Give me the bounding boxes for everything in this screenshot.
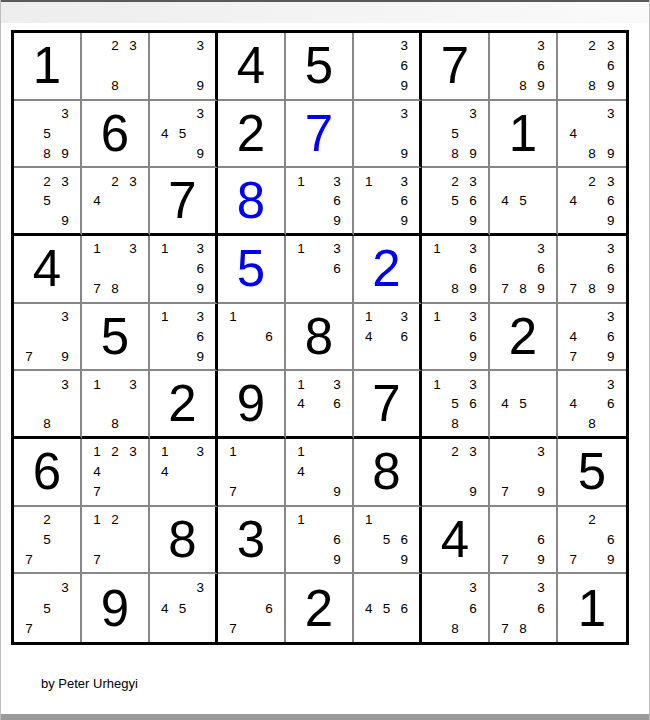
- cell-r2c2[interactable]: 6: [82, 101, 150, 169]
- cell-r9c7[interactable]: 368: [422, 574, 490, 642]
- candidate-4: 4: [156, 598, 174, 619]
- candidate-6: 6: [532, 259, 550, 279]
- empty-candidate-slot: [20, 191, 38, 211]
- cell-r1c7[interactable]: 7: [422, 33, 490, 101]
- empty-candidate-slot: [260, 462, 278, 482]
- empty-candidate-slot: [395, 577, 413, 598]
- empty-candidate-slot: [428, 394, 446, 414]
- candidate-1: 1: [156, 307, 174, 327]
- empty-candidate-slot: [124, 191, 142, 211]
- empty-candidate-slot: [514, 374, 532, 394]
- empty-candidate-slot: [532, 510, 550, 530]
- empty-candidate-slot: [156, 104, 174, 124]
- candidate-6: 6: [464, 598, 482, 619]
- candidate-7: 7: [88, 482, 106, 502]
- pencil-marks: 23469: [558, 168, 626, 233]
- candidate-8: 8: [514, 76, 532, 96]
- empty-candidate-slot: [38, 346, 56, 366]
- cell-r4c1[interactable]: 4: [14, 236, 82, 304]
- candidate-1: 1: [292, 239, 310, 259]
- cell-r3c3[interactable]: 7: [150, 168, 218, 236]
- given-digit: 5: [305, 40, 333, 91]
- empty-candidate-slot: [583, 239, 602, 259]
- empty-candidate-slot: [583, 124, 602, 144]
- candidate-1: 1: [292, 171, 310, 191]
- cell-r5c4[interactable]: 16: [218, 304, 286, 372]
- pencil-marks: 379: [14, 304, 80, 370]
- pencil-marks: 679: [490, 507, 556, 573]
- candidate-8: 8: [38, 413, 56, 433]
- candidate-4: 4: [292, 394, 310, 414]
- candidate-1: 1: [88, 510, 106, 530]
- empty-candidate-slot: [378, 56, 396, 76]
- empty-candidate-slot: [260, 618, 278, 639]
- pencil-marks: 23689: [558, 33, 626, 99]
- empty-candidate-slot: [532, 413, 550, 433]
- empty-candidate-slot: [20, 210, 38, 230]
- empty-candidate-slot: [124, 279, 142, 299]
- empty-candidate-slot: [124, 482, 142, 502]
- candidate-1: 1: [428, 239, 446, 259]
- cell-r1c4[interactable]: 4: [218, 33, 286, 101]
- candidate-5: 5: [174, 124, 192, 144]
- cell-r2c1[interactable]: 3589: [14, 101, 82, 169]
- candidate-3: 3: [191, 36, 209, 56]
- empty-candidate-slot: [601, 124, 620, 144]
- empty-candidate-slot: [360, 76, 378, 96]
- cell-r6c2[interactable]: 138: [82, 371, 150, 439]
- cell-r1c2[interactable]: 238: [82, 33, 150, 101]
- empty-candidate-slot: [514, 549, 532, 569]
- solved-digit: 7: [305, 108, 333, 159]
- candidate-6: 6: [464, 259, 482, 279]
- cell-r3c2[interactable]: 234: [82, 168, 150, 236]
- empty-candidate-slot: [174, 346, 192, 366]
- empty-candidate-slot: [20, 413, 38, 433]
- empty-candidate-slot: [428, 618, 446, 639]
- empty-candidate-slot: [106, 530, 124, 550]
- empty-candidate-slot: [514, 577, 532, 598]
- cell-r2c5[interactable]: 7: [286, 101, 354, 169]
- cell-r6c1[interactable]: 38: [14, 371, 82, 439]
- candidate-9: 9: [532, 279, 550, 299]
- candidate-3: 3: [464, 442, 482, 462]
- empty-candidate-slot: [156, 279, 174, 299]
- cell-r2c9[interactable]: 3489: [558, 101, 626, 169]
- candidate-2: 2: [106, 510, 124, 530]
- pencil-marks: 456: [354, 574, 419, 642]
- empty-candidate-slot: [514, 36, 532, 56]
- sudoku-grid: 1238394536973689236893589634592739358913…: [11, 30, 629, 645]
- candidate-7: 7: [564, 346, 583, 366]
- empty-candidate-slot: [124, 530, 142, 550]
- cell-r5c2[interactable]: 5: [82, 304, 150, 372]
- cell-r5c7[interactable]: 1369: [422, 304, 490, 372]
- cell-r6c4[interactable]: 9: [218, 371, 286, 439]
- candidate-8: 8: [583, 279, 602, 299]
- candidate-9: 9: [395, 76, 413, 96]
- cell-r8c3[interactable]: 8: [150, 507, 218, 575]
- pencil-marks: 16: [218, 304, 284, 370]
- empty-candidate-slot: [583, 307, 602, 327]
- empty-candidate-slot: [292, 259, 310, 279]
- cell-r4c6[interactable]: 2: [354, 236, 422, 304]
- empty-candidate-slot: [20, 124, 38, 144]
- candidate-9: 9: [328, 210, 346, 230]
- cell-r3c6[interactable]: 1369: [354, 168, 422, 236]
- empty-candidate-slot: [191, 462, 209, 482]
- empty-candidate-slot: [514, 171, 532, 191]
- empty-candidate-slot: [395, 618, 413, 639]
- empty-candidate-slot: [224, 598, 242, 619]
- given-digit: 8: [168, 514, 196, 565]
- cell-r7c1[interactable]: 6: [14, 439, 82, 507]
- empty-candidate-slot: [564, 210, 583, 230]
- candidate-6: 6: [601, 394, 620, 414]
- empty-candidate-slot: [532, 191, 550, 211]
- cell-r1c9[interactable]: 23689: [558, 33, 626, 101]
- cell-r7c6[interactable]: 8: [354, 439, 422, 507]
- candidate-1: 1: [88, 442, 106, 462]
- cell-r7c7[interactable]: 239: [422, 439, 490, 507]
- cell-r8c5[interactable]: 169: [286, 507, 354, 575]
- cell-r8c4[interactable]: 3: [218, 507, 286, 575]
- cell-r3c8[interactable]: 45: [490, 168, 558, 236]
- cell-r9c4[interactable]: 67: [218, 574, 286, 642]
- candidate-3: 3: [328, 239, 346, 259]
- candidate-8: 8: [38, 143, 56, 163]
- empty-candidate-slot: [428, 482, 446, 502]
- cell-r7c9[interactable]: 5: [558, 439, 626, 507]
- candidate-3: 3: [191, 577, 209, 598]
- empty-candidate-slot: [310, 239, 328, 259]
- cell-r5c3[interactable]: 1369: [150, 304, 218, 372]
- empty-candidate-slot: [446, 104, 464, 124]
- empty-candidate-slot: [38, 577, 56, 598]
- empty-candidate-slot: [564, 76, 583, 96]
- cell-r4c2[interactable]: 1378: [82, 236, 150, 304]
- given-digit: 2: [237, 108, 265, 159]
- empty-candidate-slot: [191, 598, 209, 619]
- cell-r6c7[interactable]: 13568: [422, 371, 490, 439]
- empty-candidate-slot: [310, 259, 328, 279]
- cell-r8c9[interactable]: 2679: [558, 507, 626, 575]
- empty-candidate-slot: [360, 124, 378, 144]
- cell-r1c5[interactable]: 5: [286, 33, 354, 101]
- empty-candidate-slot: [88, 56, 106, 76]
- cell-r8c7[interactable]: 4: [422, 507, 490, 575]
- cell-r4c8[interactable]: 36789: [490, 236, 558, 304]
- given-digit: 8: [372, 446, 400, 497]
- candidate-8: 8: [514, 279, 532, 299]
- candidate-3: 3: [56, 374, 74, 394]
- pencil-marks: 67: [218, 574, 284, 642]
- given-digit: 6: [33, 446, 61, 497]
- pencil-marks: 1346: [286, 371, 352, 436]
- cell-r7c8[interactable]: 379: [490, 439, 558, 507]
- cell-r4c7[interactable]: 13689: [422, 236, 490, 304]
- candidate-6: 6: [601, 530, 620, 550]
- cell-r3c7[interactable]: 23569: [422, 168, 490, 236]
- empty-candidate-slot: [514, 462, 532, 482]
- pencil-marks: 3689: [490, 33, 556, 99]
- empty-candidate-slot: [56, 413, 74, 433]
- candidate-1: 1: [360, 171, 378, 191]
- empty-candidate-slot: [514, 259, 532, 279]
- solved-digit: 2: [372, 243, 400, 294]
- pencil-marks: 357: [14, 574, 80, 642]
- empty-candidate-slot: [156, 346, 174, 366]
- cell-r2c7[interactable]: 3589: [422, 101, 490, 169]
- candidate-4: 4: [496, 394, 514, 414]
- empty-candidate-slot: [360, 56, 378, 76]
- empty-candidate-slot: [360, 191, 378, 211]
- pencil-marks: 1378: [82, 236, 148, 302]
- empty-candidate-slot: [20, 171, 38, 191]
- empty-candidate-slot: [496, 510, 514, 530]
- candidate-2: 2: [446, 442, 464, 462]
- empty-candidate-slot: [428, 191, 446, 211]
- empty-candidate-slot: [242, 346, 260, 366]
- empty-candidate-slot: [360, 577, 378, 598]
- cell-r9c8[interactable]: 3678: [490, 574, 558, 642]
- cell-r9c3[interactable]: 345: [150, 574, 218, 642]
- given-digit: 6: [101, 108, 129, 159]
- empty-candidate-slot: [156, 143, 174, 163]
- empty-candidate-slot: [446, 598, 464, 619]
- cell-r1c1[interactable]: 1: [14, 33, 82, 101]
- candidate-1: 1: [360, 307, 378, 327]
- empty-candidate-slot: [292, 191, 310, 211]
- cell-r9c1[interactable]: 357: [14, 574, 82, 642]
- empty-candidate-slot: [191, 124, 209, 144]
- empty-candidate-slot: [292, 279, 310, 299]
- empty-candidate-slot: [328, 510, 346, 530]
- candidate-8: 8: [446, 413, 464, 433]
- candidate-7: 7: [88, 279, 106, 299]
- empty-candidate-slot: [378, 143, 396, 163]
- cell-r6c9[interactable]: 3468: [558, 371, 626, 439]
- cell-r4c9[interactable]: 36789: [558, 236, 626, 304]
- candidate-3: 3: [532, 577, 550, 598]
- cell-r3c5[interactable]: 1369: [286, 168, 354, 236]
- candidate-5: 5: [378, 530, 396, 550]
- cell-r4c5[interactable]: 136: [286, 236, 354, 304]
- pencil-marks: 257: [14, 507, 80, 573]
- empty-candidate-slot: [124, 549, 142, 569]
- empty-candidate-slot: [156, 56, 174, 76]
- empty-candidate-slot: [446, 577, 464, 598]
- cell-r5c9[interactable]: 34679: [558, 304, 626, 372]
- pencil-marks: 379: [490, 439, 556, 505]
- empty-candidate-slot: [174, 618, 192, 639]
- empty-candidate-slot: [360, 36, 378, 56]
- candidate-8: 8: [106, 413, 124, 433]
- cell-r5c5[interactable]: 8: [286, 304, 354, 372]
- empty-candidate-slot: [378, 191, 396, 211]
- pencil-marks: 234: [82, 168, 148, 233]
- pencil-marks: 36789: [490, 236, 556, 302]
- empty-candidate-slot: [38, 618, 56, 639]
- empty-candidate-slot: [38, 374, 56, 394]
- candidate-3: 3: [395, 307, 413, 327]
- empty-candidate-slot: [378, 510, 396, 530]
- empty-candidate-slot: [174, 462, 192, 482]
- candidate-6: 6: [532, 56, 550, 76]
- empty-candidate-slot: [428, 413, 446, 433]
- cell-r3c9[interactable]: 23469: [558, 168, 626, 236]
- candidate-3: 3: [328, 374, 346, 394]
- empty-candidate-slot: [56, 549, 74, 569]
- empty-candidate-slot: [532, 374, 550, 394]
- cell-r7c4[interactable]: 17: [218, 439, 286, 507]
- candidate-4: 4: [564, 394, 583, 414]
- empty-candidate-slot: [310, 462, 328, 482]
- cell-r3c4[interactable]: 8: [218, 168, 286, 236]
- cell-r8c1[interactable]: 257: [14, 507, 82, 575]
- cell-r7c3[interactable]: 134: [150, 439, 218, 507]
- cell-r7c2[interactable]: 12347: [82, 439, 150, 507]
- candidate-3: 3: [395, 36, 413, 56]
- empty-candidate-slot: [496, 530, 514, 550]
- empty-candidate-slot: [496, 76, 514, 96]
- cell-r5c6[interactable]: 1346: [354, 304, 422, 372]
- empty-candidate-slot: [242, 618, 260, 639]
- candidate-3: 3: [601, 36, 620, 56]
- candidate-3: 3: [464, 104, 482, 124]
- empty-candidate-slot: [20, 143, 38, 163]
- cell-r3c1[interactable]: 2359: [14, 168, 82, 236]
- empty-candidate-slot: [310, 210, 328, 230]
- candidate-7: 7: [496, 482, 514, 502]
- cell-r9c2[interactable]: 9: [82, 574, 150, 642]
- pencil-marks: 45: [490, 168, 556, 233]
- empty-candidate-slot: [428, 442, 446, 462]
- cell-r1c3[interactable]: 39: [150, 33, 218, 101]
- empty-candidate-slot: [564, 56, 583, 76]
- empty-candidate-slot: [56, 618, 74, 639]
- given-digit: 5: [101, 311, 129, 362]
- cell-r8c8[interactable]: 679: [490, 507, 558, 575]
- candidate-5: 5: [446, 124, 464, 144]
- empty-candidate-slot: [514, 598, 532, 619]
- cell-r5c8[interactable]: 2: [490, 304, 558, 372]
- cell-r6c5[interactable]: 1346: [286, 371, 354, 439]
- cell-r2c4[interactable]: 2: [218, 101, 286, 169]
- cell-r7c5[interactable]: 149: [286, 439, 354, 507]
- candidate-8: 8: [446, 279, 464, 299]
- candidate-2: 2: [106, 36, 124, 56]
- candidate-1: 1: [88, 239, 106, 259]
- candidate-3: 3: [56, 104, 74, 124]
- candidate-2: 2: [583, 36, 602, 56]
- candidate-3: 3: [601, 374, 620, 394]
- empty-candidate-slot: [378, 76, 396, 96]
- cell-r9c5[interactable]: 2: [286, 574, 354, 642]
- cell-r5c1[interactable]: 379: [14, 304, 82, 372]
- empty-candidate-slot: [378, 307, 396, 327]
- candidate-6: 6: [395, 191, 413, 211]
- cell-r2c6[interactable]: 39: [354, 101, 422, 169]
- candidate-9: 9: [395, 549, 413, 569]
- cell-r9c9[interactable]: 1: [558, 574, 626, 642]
- cell-r1c8[interactable]: 3689: [490, 33, 558, 101]
- empty-candidate-slot: [124, 259, 142, 279]
- cell-r6c3[interactable]: 2: [150, 371, 218, 439]
- candidate-4: 4: [88, 191, 106, 211]
- candidate-3: 3: [464, 577, 482, 598]
- empty-candidate-slot: [514, 510, 532, 530]
- empty-candidate-slot: [378, 327, 396, 347]
- empty-candidate-slot: [395, 124, 413, 144]
- empty-candidate-slot: [224, 462, 242, 482]
- candidate-4: 4: [88, 462, 106, 482]
- candidate-7: 7: [564, 279, 583, 299]
- candidate-6: 6: [328, 394, 346, 414]
- candidate-2: 2: [583, 171, 602, 191]
- candidate-6: 6: [395, 327, 413, 347]
- candidate-4: 4: [360, 598, 378, 619]
- pencil-marks: 369: [354, 33, 419, 99]
- cell-r2c3[interactable]: 3459: [150, 101, 218, 169]
- empty-candidate-slot: [38, 307, 56, 327]
- empty-candidate-slot: [564, 239, 583, 259]
- empty-candidate-slot: [360, 530, 378, 550]
- candidate-3: 3: [124, 171, 142, 191]
- cell-r6c6[interactable]: 7: [354, 371, 422, 439]
- candidate-8: 8: [446, 618, 464, 639]
- pencil-marks: 238: [82, 33, 148, 99]
- candidate-8: 8: [583, 413, 602, 433]
- pencil-marks: 345: [150, 574, 215, 642]
- empty-candidate-slot: [260, 307, 278, 327]
- empty-candidate-slot: [446, 327, 464, 347]
- candidate-2: 2: [106, 442, 124, 462]
- empty-candidate-slot: [88, 530, 106, 550]
- candidate-5: 5: [446, 191, 464, 211]
- empty-candidate-slot: [156, 76, 174, 96]
- candidate-3: 3: [464, 239, 482, 259]
- cell-r8c6[interactable]: 1569: [354, 507, 422, 575]
- candidate-6: 6: [601, 259, 620, 279]
- cell-r6c8[interactable]: 45: [490, 371, 558, 439]
- empty-candidate-slot: [174, 104, 192, 124]
- candidate-6: 6: [532, 598, 550, 619]
- empty-candidate-slot: [446, 239, 464, 259]
- empty-candidate-slot: [564, 36, 583, 56]
- candidate-9: 9: [532, 482, 550, 502]
- empty-candidate-slot: [174, 327, 192, 347]
- cell-r1c6[interactable]: 369: [354, 33, 422, 101]
- empty-candidate-slot: [378, 346, 396, 366]
- candidate-4: 4: [360, 327, 378, 347]
- candidate-3: 3: [328, 171, 346, 191]
- empty-candidate-slot: [106, 462, 124, 482]
- pencil-marks: 38: [14, 371, 80, 436]
- cell-r4c3[interactable]: 1369: [150, 236, 218, 304]
- cell-r2c8[interactable]: 1: [490, 101, 558, 169]
- pencil-marks: 3589: [14, 101, 80, 167]
- candidate-1: 1: [292, 510, 310, 530]
- empty-candidate-slot: [124, 394, 142, 414]
- cell-r8c2[interactable]: 127: [82, 507, 150, 575]
- empty-candidate-slot: [20, 530, 38, 550]
- candidate-3: 3: [532, 36, 550, 56]
- pencil-marks: 13568: [422, 371, 488, 436]
- candidate-9: 9: [601, 143, 620, 163]
- cell-r9c6[interactable]: 456: [354, 574, 422, 642]
- cell-r4c4[interactable]: 5: [218, 236, 286, 304]
